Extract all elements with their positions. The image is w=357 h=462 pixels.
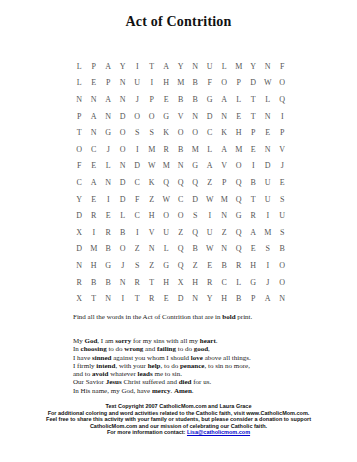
grid-cell: J: [261, 274, 276, 291]
grid-cell: C: [174, 191, 189, 208]
prayer-segment: My: [73, 337, 84, 345]
grid-cell: N: [72, 257, 87, 274]
grid-cell: N: [217, 108, 232, 125]
grid-cell: G: [101, 124, 116, 141]
grid-cell: I: [261, 257, 276, 274]
prayer-segment: for my sins with all my: [131, 337, 200, 345]
prayer-line: I firmly intend, with your help, to do p…: [73, 362, 251, 370]
grid-cell: O: [275, 257, 290, 274]
grid-cell: O: [72, 141, 87, 158]
prayer-line: In choosing to do wrong and failing to d…: [73, 345, 251, 353]
grid-cell: R: [203, 274, 218, 291]
grid-cell: G: [101, 257, 116, 274]
grid-cell: O: [174, 124, 189, 141]
grid-cell: K: [159, 124, 174, 141]
grid-cell: I: [101, 191, 116, 208]
grid-cell: N: [188, 108, 203, 125]
grid-cell: A: [217, 141, 232, 158]
grid-cell: Q: [232, 224, 247, 241]
grid-cell: Z: [203, 174, 218, 191]
grid-cell: E: [275, 174, 290, 191]
grid-cell: Q: [188, 174, 203, 191]
grid-cell: U: [275, 207, 290, 224]
grid-cell: R: [72, 274, 87, 291]
grid-cell: M: [87, 241, 102, 258]
grid-cell: V: [217, 158, 232, 175]
grid-cell: H: [232, 124, 247, 141]
prayer-line: and to avoid whatever leads me to sin.: [73, 370, 251, 378]
grid-cell: Z: [130, 241, 145, 258]
grid-cell: J: [116, 257, 131, 274]
grid-cell: Q: [174, 241, 189, 258]
grid-cell: N: [87, 124, 102, 141]
grid-cell: I: [203, 207, 218, 224]
grid-cell: F: [72, 158, 87, 175]
grid-cell: Q: [232, 241, 247, 258]
prayer-segment: and to: [73, 370, 92, 378]
prayer-bold-word: Jesus: [106, 378, 122, 386]
grid-cell: M: [159, 158, 174, 175]
grid-cell: C: [203, 124, 218, 141]
prayer-segment: , I am: [97, 337, 115, 345]
instruction-bold-word: bold: [222, 313, 235, 321]
grid-cell: M: [217, 191, 232, 208]
grid-cell: O: [145, 108, 160, 125]
grid-cell: T: [246, 191, 261, 208]
grid-cell: E: [246, 141, 261, 158]
grid-cell: I: [130, 224, 145, 241]
grid-cell: W: [203, 191, 218, 208]
prayer-bold-word: love: [191, 354, 203, 362]
grid-cell: R: [159, 141, 174, 158]
grid-cell: P: [246, 124, 261, 141]
grid-cell: G: [188, 158, 203, 175]
grid-cell: N: [116, 75, 131, 92]
grid-cell: O: [174, 207, 189, 224]
grid-cell: F: [130, 191, 145, 208]
grid-cell: S: [145, 124, 160, 141]
prayer-bold-word: good: [194, 345, 208, 353]
grid-cell: P: [145, 91, 160, 108]
grid-cell: O: [130, 108, 145, 125]
grid-cell: N: [87, 91, 102, 108]
prayer-bold-word: choosing: [81, 345, 107, 353]
grid-cell: N: [174, 158, 189, 175]
grid-cell: V: [174, 108, 189, 125]
grid-cell: M: [188, 141, 203, 158]
grid-cell: A: [87, 174, 102, 191]
prayer-bold-word: leads: [138, 370, 153, 378]
grid-cell: X: [72, 224, 87, 241]
grid-cell: P: [101, 75, 116, 92]
grid-cell: D: [130, 158, 145, 175]
grid-cell: U: [159, 224, 174, 241]
grid-cell: D: [188, 191, 203, 208]
grid-cell: B: [174, 141, 189, 158]
instruction-segment: Find all the words in the Act of Contrit…: [73, 313, 222, 321]
grid-cell: F: [275, 58, 290, 75]
grid-cell: L: [203, 141, 218, 158]
prayer-segment: , with your: [115, 362, 147, 370]
footer-line: Feel free to share this activity with yo…: [0, 416, 357, 423]
prayer-line: I have sinned against you whom I should …: [73, 354, 251, 362]
grid-cell: O: [159, 207, 174, 224]
grid-cell: N: [116, 91, 131, 108]
prayer-segment: to do: [107, 345, 125, 353]
instruction-text: Find all the words in the Act of Contrit…: [73, 313, 252, 321]
grid-cell: A: [246, 224, 261, 241]
footer-copyright-lines: Text Copyright 2007 CatholicMom.com and …: [0, 403, 357, 429]
grid-cell: I: [261, 207, 276, 224]
prayer-bold-word: failing: [157, 345, 176, 353]
prayer-segment: , to sin no more,: [204, 362, 250, 370]
prayer-bold-word: God: [84, 337, 97, 345]
grid-cell: I: [116, 290, 131, 307]
grid-cell: Y: [116, 58, 131, 75]
grid-cell: B: [101, 241, 116, 258]
grid-cell: Y: [246, 58, 261, 75]
grid-cell: G: [203, 91, 218, 108]
grid-cell: U: [261, 191, 276, 208]
grid-cell: O: [188, 124, 203, 141]
grid-cell: Z: [145, 191, 160, 208]
grid-cell: Z: [174, 224, 189, 241]
grid-cell: B: [87, 274, 102, 291]
grid-cell: C: [87, 141, 102, 158]
grid-cell: H: [217, 290, 232, 307]
grid-cell: O: [275, 274, 290, 291]
grid-cell: L: [159, 241, 174, 258]
grid-cell: V: [145, 224, 160, 241]
prayer-segment: .: [216, 337, 218, 345]
grid-cell: M: [174, 75, 189, 92]
grid-cell: P: [232, 75, 247, 92]
grid-cell: X: [72, 290, 87, 307]
grid-cell: E: [101, 207, 116, 224]
grid-cell: R: [232, 257, 247, 274]
prayer-bold-word: sorry: [115, 337, 131, 345]
grid-cell: N: [217, 207, 232, 224]
prayer-segment: whatever: [108, 370, 137, 378]
grid-cell: A: [159, 58, 174, 75]
grid-cell: S: [130, 257, 145, 274]
grid-cell: D: [246, 75, 261, 92]
grid-cell: E: [203, 257, 218, 274]
prayer-segment: against you whom I should: [112, 354, 191, 362]
grid-cell: Z: [188, 257, 203, 274]
grid-cell: P: [217, 174, 232, 191]
grid-cell: D: [116, 191, 131, 208]
grid-cell: S: [261, 241, 276, 258]
prayer-bold-word: wrong: [124, 345, 143, 353]
grid-cell: B: [232, 290, 247, 307]
grid-cell: B: [174, 91, 189, 108]
grid-cell: I: [246, 158, 261, 175]
grid-cell: A: [203, 158, 218, 175]
grid-cell: U: [203, 224, 218, 241]
grid-cell: D: [116, 174, 131, 191]
prayer-bold-word: sinned: [92, 354, 111, 362]
grid-cell: B: [188, 75, 203, 92]
grid-cell: B: [188, 91, 203, 108]
grid-cell: G: [159, 257, 174, 274]
grid-cell: B: [188, 241, 203, 258]
grid-cell: C: [130, 174, 145, 191]
grid-cell: E: [159, 290, 174, 307]
grid-cell: D: [261, 158, 276, 175]
grid-cell: C: [72, 174, 87, 191]
grid-cell: T: [72, 124, 87, 141]
grid-cell: K: [217, 124, 232, 141]
prayer-segment: above all things.: [203, 354, 251, 362]
grid-cell: Z: [217, 224, 232, 241]
grid-cell: D: [116, 108, 131, 125]
prayer-segment: .: [192, 387, 194, 395]
grid-cell: L: [101, 158, 116, 175]
grid-cell: E: [87, 75, 102, 92]
grid-cell: F: [203, 75, 218, 92]
grid-cell: L: [232, 91, 247, 108]
grid-cell: T: [246, 91, 261, 108]
grid-cell: W: [159, 191, 174, 208]
grid-cell: T: [130, 290, 145, 307]
prayer-line: In His name, my God, have mercy. Amen.: [73, 387, 251, 395]
prayer-segment: to do: [176, 345, 194, 353]
grid-cell: E: [246, 241, 261, 258]
grid-cell: G: [246, 274, 261, 291]
grid-cell: B: [116, 224, 131, 241]
grid-cell: W: [145, 158, 160, 175]
grid-cell: S: [188, 207, 203, 224]
grid-cell: O: [116, 241, 131, 258]
prayer-segment: Christ suffered and: [122, 378, 179, 386]
grid-cell: E: [261, 124, 276, 141]
grid-cell: E: [232, 108, 247, 125]
grid-cell: T: [145, 58, 160, 75]
grid-cell: U: [130, 75, 145, 92]
grid-cell: N: [116, 274, 131, 291]
grid-cell: L: [116, 207, 131, 224]
grid-cell: N: [217, 241, 232, 258]
grid-cell: Y: [174, 58, 189, 75]
grid-cell: Q: [275, 91, 290, 108]
grid-cell: N: [188, 290, 203, 307]
grid-cell: A: [217, 91, 232, 108]
grid-cell: N: [261, 108, 276, 125]
prayer-line: My God, I am sorry for my sins with all …: [73, 337, 251, 345]
grid-cell: R: [130, 274, 145, 291]
prayer-bold-word: intend: [96, 362, 115, 370]
grid-cell: D: [203, 108, 218, 125]
grid-cell: E: [159, 91, 174, 108]
grid-cell: P: [87, 58, 102, 75]
prayer-segment: , to do: [161, 362, 180, 370]
grid-cell: Z: [145, 257, 160, 274]
grid-cell: Q: [188, 224, 203, 241]
grid-cell: T: [87, 290, 102, 307]
grid-cell: S: [130, 124, 145, 141]
contact-prefix: For more information contact:: [107, 429, 187, 435]
grid-cell: R: [87, 207, 102, 224]
grid-cell: N: [261, 58, 276, 75]
grid-cell: A: [101, 58, 116, 75]
grid-cell: H: [87, 257, 102, 274]
grid-cell: B: [275, 241, 290, 258]
prayer-segment: In His name, my God, have: [73, 387, 152, 395]
grid-cell: E: [87, 191, 102, 208]
grid-cell: M: [232, 141, 247, 158]
grid-cell: G: [232, 207, 247, 224]
grid-cell: B: [246, 174, 261, 191]
prayer-text: My God, I am sorry for my sins with all …: [73, 337, 251, 395]
grid-cell: R: [246, 207, 261, 224]
grid-cell: A: [87, 108, 102, 125]
grid-cell: I: [145, 75, 160, 92]
grid-cell: L: [261, 91, 276, 108]
grid-cell: M: [145, 141, 160, 158]
prayer-bold-word: died: [179, 378, 192, 386]
prayer-bold-word: mercy: [152, 387, 171, 395]
prayer-segment: ,: [208, 345, 210, 353]
prayer-segment: for us.: [192, 378, 212, 386]
grid-cell: L: [72, 58, 87, 75]
grid-cell: C: [130, 207, 145, 224]
grid-cell: V: [275, 141, 290, 158]
grid-cell: N: [116, 158, 131, 175]
grid-cell: N: [101, 174, 116, 191]
grid-cell: U: [261, 174, 276, 191]
prayer-segment: In: [73, 345, 81, 353]
grid-cell: J: [101, 141, 116, 158]
grid-cell: I: [87, 224, 102, 241]
grid-cell: T: [246, 108, 261, 125]
prayer-segment: and: [143, 345, 157, 353]
grid-cell: D: [72, 207, 87, 224]
grid-cell: M: [261, 224, 276, 241]
grid-cell: P: [246, 290, 261, 307]
grid-cell: Y: [203, 290, 218, 307]
grid-cell: O: [217, 75, 232, 92]
grid-cell: B: [217, 257, 232, 274]
grid-cell: B: [101, 274, 116, 291]
grid-cell: X: [174, 274, 189, 291]
prayer-bold-word: heart: [200, 337, 216, 345]
grid-cell: K: [145, 174, 160, 191]
footer: Text Copyright 2007 CatholicMom.com and …: [0, 403, 357, 436]
grid-cell: H: [188, 274, 203, 291]
grid-cell: W: [261, 75, 276, 92]
prayer-bold-word: Amen: [174, 387, 192, 395]
grid-cell: O: [275, 75, 290, 92]
grid-cell: I: [130, 141, 145, 158]
grid-cell: M: [232, 58, 247, 75]
grid-cell: N: [145, 241, 160, 258]
grid-cell: P: [72, 108, 87, 125]
contact-email-link[interactable]: Lisa@catholicmom.com: [187, 429, 250, 435]
grid-cell: N: [101, 290, 116, 307]
grid-cell: N: [261, 141, 276, 158]
grid-cell: H: [159, 274, 174, 291]
grid-cell: G: [159, 108, 174, 125]
prayer-segment: me to sin.: [153, 370, 182, 378]
grid-cell: Y: [72, 191, 87, 208]
grid-cell: D: [174, 290, 189, 307]
grid-cell: P: [275, 124, 290, 141]
grid-cell: L: [232, 274, 247, 291]
worksheet-page: Act of Contrition LPAYITAYNULMYNFLEPNUIH…: [0, 0, 357, 462]
grid-cell: J: [130, 91, 145, 108]
grid-cell: N: [72, 91, 87, 108]
grid-cell: T: [145, 274, 160, 291]
grid-cell: I: [275, 108, 290, 125]
grid-cell: N: [188, 58, 203, 75]
grid-cell: N: [101, 108, 116, 125]
grid-cell: I: [130, 58, 145, 75]
word-search-grid: LPAYITAYNULMYNFLEPNUIHMBFOPDWONNANJPEBBG…: [72, 58, 290, 307]
puzzle-title: Act of Contrition: [0, 14, 357, 30]
grid-cell: L: [72, 75, 87, 92]
grid-cell: C: [217, 274, 232, 291]
instruction-segment: print.: [236, 313, 253, 321]
grid-cell: Q: [232, 191, 247, 208]
prayer-bold-word: avoid: [92, 370, 108, 378]
grid-cell: Q: [174, 174, 189, 191]
contact-line: For more information contact: Lisa@catho…: [0, 429, 357, 436]
grid-cell: U: [203, 58, 218, 75]
grid-cell: Q: [174, 257, 189, 274]
grid-cell: S: [275, 224, 290, 241]
prayer-segment: Our Savior: [73, 378, 106, 386]
grid-cell: R: [145, 290, 160, 307]
grid-cell: A: [101, 91, 116, 108]
grid-cell: Q: [159, 174, 174, 191]
grid-cell: R: [101, 224, 116, 241]
grid-cell: N: [275, 290, 290, 307]
grid-cell: W: [203, 241, 218, 258]
grid-cell: A: [261, 290, 276, 307]
grid-cell: H: [246, 257, 261, 274]
prayer-line: Our Savior Jesus Christ suffered and die…: [73, 378, 251, 386]
grid-cell: H: [159, 75, 174, 92]
grid-cell: O: [116, 141, 131, 158]
prayer-segment: I have: [73, 354, 92, 362]
grid-cell: H: [145, 207, 160, 224]
grid-cell: Q: [232, 174, 247, 191]
grid-cell: S: [275, 191, 290, 208]
grid-cell: E: [87, 158, 102, 175]
grid-cell: O: [116, 124, 131, 141]
prayer-bold-word: help: [148, 362, 161, 370]
grid-cell: D: [72, 241, 87, 258]
prayer-bold-word: penance: [180, 362, 205, 370]
grid-cell: J: [275, 158, 290, 175]
prayer-segment: I firmly: [73, 362, 96, 370]
grid-cell: O: [232, 158, 247, 175]
grid-cell: L: [217, 58, 232, 75]
